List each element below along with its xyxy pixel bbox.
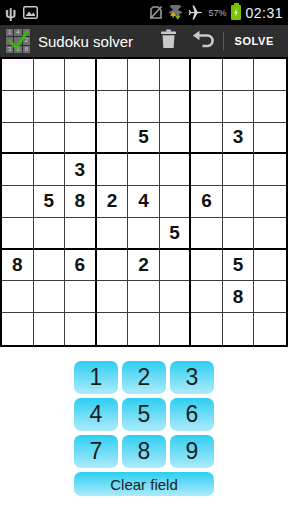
sudoku-cell-r5c8[interactable] <box>223 186 255 218</box>
sudoku-cell-r2c2[interactable] <box>34 91 66 123</box>
sudoku-cell-r8c9[interactable] <box>254 281 286 313</box>
sudoku-cell-r5c9[interactable] <box>254 186 286 218</box>
sudoku-cell-r7c5[interactable]: 2 <box>128 250 160 282</box>
sudoku-cell-r6c9[interactable] <box>254 218 286 250</box>
sudoku-cell-r6c4[interactable] <box>97 218 129 250</box>
sudoku-cell-r4c5[interactable] <box>128 154 160 186</box>
app-logo-icon: 142358 <box>6 29 30 53</box>
sudoku-cell-r8c2[interactable] <box>34 281 66 313</box>
sudoku-cell-r7c9[interactable] <box>254 250 286 282</box>
sudoku-cell-r3c1[interactable] <box>2 123 34 155</box>
keypad-row-3: 789 <box>74 435 214 468</box>
sudoku-cell-r9c8[interactable] <box>223 313 255 345</box>
sudoku-cell-r9c5[interactable] <box>128 313 160 345</box>
sudoku-cell-r3c3[interactable] <box>65 123 97 155</box>
sudoku-cell-r8c5[interactable] <box>128 281 160 313</box>
sudoku-cell-r1c6[interactable] <box>160 59 192 91</box>
usb-icon: ψ <box>5 5 16 20</box>
sudoku-cell-r5c5[interactable]: 4 <box>128 186 160 218</box>
sudoku-cell-r8c8[interactable]: 8 <box>223 281 255 313</box>
sudoku-cell-r6c6[interactable]: 5 <box>160 218 192 250</box>
sudoku-cell-r1c4[interactable] <box>97 59 129 91</box>
sudoku-cell-r6c8[interactable] <box>223 218 255 250</box>
solve-button[interactable]: SOLVE <box>227 25 282 57</box>
sudoku-cell-r5c2[interactable]: 5 <box>34 186 66 218</box>
keypad-button-5[interactable]: 5 <box>122 398 166 431</box>
screenshot-icon <box>23 6 38 19</box>
sudoku-cell-r2c3[interactable] <box>65 91 97 123</box>
sudoku-cell-r1c5[interactable] <box>128 59 160 91</box>
battery-charging-icon <box>231 5 241 20</box>
sudoku-board: 53358246586258 <box>0 57 288 347</box>
keypad-button-1[interactable]: 1 <box>74 361 118 394</box>
undo-icon <box>192 30 214 52</box>
airplane-mode-icon <box>188 5 204 20</box>
keypad-button-8[interactable]: 8 <box>122 435 166 468</box>
sudoku-cell-r6c1[interactable] <box>2 218 34 250</box>
sudoku-cell-r1c1[interactable] <box>2 59 34 91</box>
sudoku-cell-r5c3[interactable]: 8 <box>65 186 97 218</box>
sudoku-cell-r4c8[interactable] <box>223 154 255 186</box>
sudoku-cell-r5c7[interactable]: 6 <box>191 186 223 218</box>
keypad-button-6[interactable]: 6 <box>170 398 214 431</box>
sudoku-cell-r4c2[interactable] <box>34 154 66 186</box>
sudoku-cell-r3c9[interactable] <box>254 123 286 155</box>
sudoku-cell-r2c8[interactable] <box>223 91 255 123</box>
sudoku-cell-r8c3[interactable] <box>65 281 97 313</box>
sudoku-cell-r9c9[interactable] <box>254 313 286 345</box>
sudoku-cell-r8c1[interactable] <box>2 281 34 313</box>
keypad-button-7[interactable]: 7 <box>74 435 118 468</box>
sudoku-cell-r7c8[interactable]: 5 <box>223 250 255 282</box>
sudoku-cell-r6c2[interactable] <box>34 218 66 250</box>
sudoku-cell-r3c8[interactable]: 3 <box>223 123 255 155</box>
sudoku-cell-r5c1[interactable] <box>2 186 34 218</box>
sudoku-cell-r3c7[interactable] <box>191 123 223 155</box>
sudoku-cell-r9c6[interactable] <box>160 313 192 345</box>
sudoku-cell-r1c2[interactable] <box>34 59 66 91</box>
sudoku-cell-r2c7[interactable] <box>191 91 223 123</box>
sudoku-cell-r8c4[interactable] <box>97 281 129 313</box>
sudoku-cell-r7c7[interactable] <box>191 250 223 282</box>
sudoku-cell-r7c1[interactable]: 8 <box>2 250 34 282</box>
sudoku-cell-r9c2[interactable] <box>34 313 66 345</box>
sudoku-cell-r3c4[interactable] <box>97 123 129 155</box>
sudoku-cell-r3c2[interactable] <box>34 123 66 155</box>
clear-field-button[interactable]: Clear field <box>74 472 214 496</box>
check-icon <box>6 29 30 53</box>
status-clock: 02:31 <box>245 5 283 21</box>
sudoku-cell-r4c6[interactable] <box>160 154 192 186</box>
keypad-row-2: 456 <box>74 398 214 431</box>
sudoku-cell-r2c6[interactable] <box>160 91 192 123</box>
sudoku-cell-r4c9[interactable] <box>254 154 286 186</box>
sudoku-cell-r4c7[interactable] <box>191 154 223 186</box>
sudoku-cell-r1c9[interactable] <box>254 59 286 91</box>
sudoku-cell-r2c5[interactable] <box>128 91 160 123</box>
sudoku-cell-r6c3[interactable] <box>65 218 97 250</box>
sudoku-cell-r7c4[interactable] <box>97 250 129 282</box>
sudoku-cell-r7c6[interactable] <box>160 250 192 282</box>
keypad-button-3[interactable]: 3 <box>170 361 214 394</box>
sudoku-cell-r8c7[interactable] <box>191 281 223 313</box>
sudoku-cell-r1c7[interactable] <box>191 59 223 91</box>
sudoku-cell-r7c2[interactable] <box>34 250 66 282</box>
sudoku-cell-r8c6[interactable] <box>160 281 192 313</box>
sudoku-cell-r9c1[interactable] <box>2 313 34 345</box>
sudoku-cell-r4c4[interactable] <box>97 154 129 186</box>
sudoku-cell-r2c9[interactable] <box>254 91 286 123</box>
keypad-row-1: 123 <box>74 361 214 394</box>
appbar-separator <box>223 32 224 50</box>
keypad: 123 456 789 Clear field <box>0 361 288 496</box>
sudoku-cell-r5c4[interactable]: 2 <box>97 186 129 218</box>
sudoku-cell-r3c6[interactable] <box>160 123 192 155</box>
trash-icon <box>160 29 177 53</box>
keypad-button-9[interactable]: 9 <box>170 435 214 468</box>
sudoku-cell-r9c7[interactable] <box>191 313 223 345</box>
undo-button[interactable] <box>186 25 220 57</box>
status-bar: ψ 57% <box>0 0 288 25</box>
sudoku-cell-r9c4[interactable] <box>97 313 129 345</box>
sudoku-cell-r2c4[interactable] <box>97 91 129 123</box>
sudoku-cell-r9c3[interactable] <box>65 313 97 345</box>
app-bar: 142358 Sudoku solver SOLVE <box>0 25 288 57</box>
wifi-activity-icon <box>167 5 184 20</box>
battery-percent: 57% <box>208 8 226 18</box>
sudoku-cell-r5c6[interactable] <box>160 186 192 218</box>
sudoku-cell-r3c5[interactable]: 5 <box>128 123 160 155</box>
trash-button[interactable] <box>152 25 186 57</box>
sudoku-cell-r6c7[interactable] <box>191 218 223 250</box>
page-title: Sudoku solver <box>38 33 133 50</box>
sudoku-cell-r6c5[interactable] <box>128 218 160 250</box>
keypad-button-2[interactable]: 2 <box>122 361 166 394</box>
sudoku-cell-r4c3[interactable]: 3 <box>65 154 97 186</box>
sudoku-cell-r1c3[interactable] <box>65 59 97 91</box>
sudoku-cell-r4c1[interactable] <box>2 154 34 186</box>
sudoku-cell-r1c8[interactable] <box>223 59 255 91</box>
keypad-button-4[interactable]: 4 <box>74 398 118 431</box>
sudoku-cell-r2c1[interactable] <box>2 91 34 123</box>
sudoku-cell-r7c3[interactable]: 6 <box>65 250 97 282</box>
no-sim-icon <box>149 5 163 20</box>
